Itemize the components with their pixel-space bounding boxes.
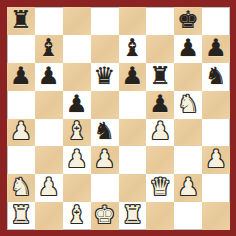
- piece-white-pawn: ♟: [177, 175, 199, 199]
- piece-black-rook: ♜: [10, 8, 32, 32]
- square-b7[interactable]: ♝: [35, 35, 63, 63]
- piece-black-knight: ♞: [94, 119, 116, 143]
- square-c5[interactable]: ♟: [63, 91, 91, 119]
- square-h1[interactable]: [202, 202, 230, 230]
- square-b3[interactable]: [35, 146, 63, 174]
- square-e1[interactable]: ♜: [119, 202, 147, 230]
- square-b6[interactable]: ♟: [35, 63, 63, 91]
- square-c2[interactable]: [63, 174, 91, 202]
- piece-black-pawn: ♟: [150, 92, 172, 116]
- piece-white-pawn: ♟: [38, 175, 60, 199]
- piece-white-knight: ♞: [10, 175, 32, 199]
- piece-white-rook: ♜: [122, 203, 144, 227]
- square-h6[interactable]: ♞: [202, 63, 230, 91]
- square-d8[interactable]: [91, 7, 119, 35]
- piece-white-bishop: ♝: [66, 203, 88, 227]
- square-d6[interactable]: ♛: [91, 63, 119, 91]
- square-e2[interactable]: [119, 174, 147, 202]
- piece-white-bishop: ♝: [66, 119, 88, 143]
- piece-white-knight: ♞: [177, 92, 199, 116]
- square-h7[interactable]: ♟: [202, 35, 230, 63]
- square-d2[interactable]: [91, 174, 119, 202]
- square-f5[interactable]: ♟: [146, 91, 174, 119]
- piece-black-bishop: ♝: [122, 36, 144, 60]
- square-a8[interactable]: ♜: [7, 7, 35, 35]
- square-b2[interactable]: ♟: [35, 174, 63, 202]
- square-e7[interactable]: ♝: [119, 35, 147, 63]
- piece-white-pawn: ♟: [205, 147, 227, 171]
- square-a6[interactable]: ♟: [7, 63, 35, 91]
- piece-black-rook: ♜: [150, 64, 172, 88]
- square-h4[interactable]: [202, 119, 230, 147]
- square-b4[interactable]: [35, 119, 63, 147]
- square-g4[interactable]: [174, 119, 202, 147]
- square-d3[interactable]: ♟: [91, 146, 119, 174]
- square-f7[interactable]: [146, 35, 174, 63]
- board-frame: ♜♚♝♝♟♟♟♟♛♟♜♞♟♟♞♟♝♞♟♟♟♟♞♟♛♟♜♝♚♜: [0, 0, 236, 236]
- square-c4[interactable]: ♝: [63, 119, 91, 147]
- square-b5[interactable]: [35, 91, 63, 119]
- chess-board: ♜♚♝♝♟♟♟♟♛♟♜♞♟♟♞♟♝♞♟♟♟♟♞♟♛♟♜♝♚♜: [7, 7, 230, 230]
- square-h3[interactable]: ♟: [202, 146, 230, 174]
- square-g2[interactable]: ♟: [174, 174, 202, 202]
- piece-white-pawn: ♟: [10, 119, 32, 143]
- square-g5[interactable]: ♞: [174, 91, 202, 119]
- piece-black-pawn: ♟: [122, 64, 144, 88]
- square-d5[interactable]: [91, 91, 119, 119]
- square-f6[interactable]: ♜: [146, 63, 174, 91]
- square-e8[interactable]: [119, 7, 147, 35]
- square-c3[interactable]: ♟: [63, 146, 91, 174]
- square-a5[interactable]: [7, 91, 35, 119]
- square-g7[interactable]: ♟: [174, 35, 202, 63]
- square-a1[interactable]: ♜: [7, 202, 35, 230]
- square-h5[interactable]: [202, 91, 230, 119]
- piece-black-pawn: ♟: [205, 36, 227, 60]
- square-e3[interactable]: [119, 146, 147, 174]
- square-f3[interactable]: [146, 146, 174, 174]
- square-e4[interactable]: [119, 119, 147, 147]
- square-g3[interactable]: [174, 146, 202, 174]
- piece-white-pawn: ♟: [66, 147, 88, 171]
- square-c8[interactable]: [63, 7, 91, 35]
- piece-white-pawn: ♟: [94, 147, 116, 171]
- square-h8[interactable]: [202, 7, 230, 35]
- square-c7[interactable]: [63, 35, 91, 63]
- square-a3[interactable]: [7, 146, 35, 174]
- square-b1[interactable]: [35, 202, 63, 230]
- square-g6[interactable]: [174, 63, 202, 91]
- square-a7[interactable]: [7, 35, 35, 63]
- piece-black-pawn: ♟: [177, 36, 199, 60]
- square-d7[interactable]: [91, 35, 119, 63]
- piece-black-pawn: ♟: [66, 92, 88, 116]
- square-f1[interactable]: [146, 202, 174, 230]
- piece-white-pawn: ♟: [150, 119, 172, 143]
- square-e6[interactable]: ♟: [119, 63, 147, 91]
- piece-white-queen: ♛: [150, 175, 172, 199]
- square-f2[interactable]: ♛: [146, 174, 174, 202]
- square-a4[interactable]: ♟: [7, 119, 35, 147]
- piece-white-rook: ♜: [10, 203, 32, 227]
- piece-black-knight: ♞: [205, 64, 227, 88]
- square-h2[interactable]: [202, 174, 230, 202]
- piece-black-pawn: ♟: [10, 64, 32, 88]
- piece-black-queen: ♛: [94, 64, 116, 88]
- square-f4[interactable]: ♟: [146, 119, 174, 147]
- piece-white-king: ♚: [94, 203, 116, 227]
- square-g8[interactable]: ♚: [174, 7, 202, 35]
- square-g1[interactable]: [174, 202, 202, 230]
- piece-black-king: ♚: [177, 8, 199, 32]
- square-f8[interactable]: [146, 7, 174, 35]
- square-c1[interactable]: ♝: [63, 202, 91, 230]
- square-a2[interactable]: ♞: [7, 174, 35, 202]
- square-e5[interactable]: [119, 91, 147, 119]
- square-d4[interactable]: ♞: [91, 119, 119, 147]
- square-d1[interactable]: ♚: [91, 202, 119, 230]
- square-b8[interactable]: [35, 7, 63, 35]
- piece-black-bishop: ♝: [38, 36, 60, 60]
- piece-black-pawn: ♟: [38, 64, 60, 88]
- square-c6[interactable]: [63, 63, 91, 91]
